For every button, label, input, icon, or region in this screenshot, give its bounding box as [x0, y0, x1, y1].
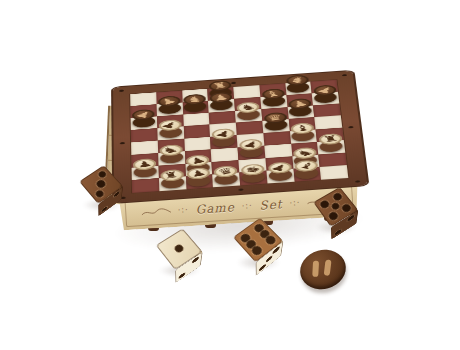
board-frame: ♜♞♟♞♟♝♟♟♞♟♟♛♟♝♞♟♜♟♟♞♜♟♛♚♟♝ [113, 71, 367, 203]
piece-cutout-glyph: ♛ [266, 113, 284, 122]
light-piece: ♝ [291, 122, 315, 134]
board-cell [132, 178, 159, 193]
piece-cutout-glyph: ♞ [288, 76, 308, 85]
piece-cutout-glyph: ♞ [161, 145, 180, 155]
piece-cutout-glyph: ♟ [159, 120, 180, 130]
light-piece: ♟ [187, 167, 211, 180]
piece-cutout-glyph: ♚ [243, 165, 261, 174]
dark-die-five [320, 198, 351, 229]
product-photo: ·:· Game ·:· Set ·:· ♜♞♟♞♟♝♟♟♞♟♟♛♟♝♞♟♜♟♟… [0, 0, 460, 350]
light-piece: ♟ [212, 128, 235, 140]
light-piece: ♛ [214, 165, 238, 178]
board-cell: ♟ [266, 169, 294, 184]
light-piece: ♟ [268, 162, 292, 175]
piece-cutout-glyph: ♟ [241, 140, 261, 149]
dark-piece: ♟ [313, 84, 337, 96]
piece-cutout-glyph: ♟ [269, 163, 290, 173]
board-cell [320, 165, 348, 180]
board-cell: ♜ [159, 176, 186, 191]
dark-piece: ♛ [263, 112, 287, 124]
piece-cutout-glyph: ♝ [294, 124, 312, 133]
dark-piece: ♜ [209, 80, 232, 92]
dark-piece: ♞ [183, 93, 206, 105]
piece-cutout-glyph: ♟ [188, 156, 207, 166]
piece-cutout-glyph: ♟ [133, 110, 154, 120]
light-die-six [241, 230, 275, 264]
board-cell: ♟ [156, 102, 182, 116]
piece-cutout-glyph: ♟ [136, 160, 154, 170]
piece-cutout-glyph: ♝ [264, 89, 283, 99]
dark-piece: ♟ [289, 98, 313, 110]
light-piece: ♜ [160, 169, 184, 182]
dark-piece: ♝ [261, 88, 284, 100]
light-piece: ♝ [294, 160, 318, 173]
piece-cutout-glyph: ♟ [159, 96, 179, 106]
piece-cutout-glyph: ♜ [163, 171, 181, 181]
board-cell: ♝ [260, 95, 287, 109]
light-piece: ♜ [319, 133, 343, 145]
piece-cutout-glyph: ♞ [187, 95, 203, 103]
light-piece: ♞ [293, 147, 317, 159]
dark-die-left [86, 176, 116, 206]
piece-cutout-glyph: ♟ [315, 86, 335, 95]
dark-piece: ♟ [158, 95, 181, 107]
board-cell: ♟ [186, 174, 214, 189]
light-piece: ♟ [133, 158, 156, 171]
piece-cutout-glyph: ♞ [295, 148, 316, 159]
board-cell: ♝ [293, 167, 321, 182]
board-cell: ♚ [239, 171, 267, 186]
light-piece: ♟ [186, 155, 210, 168]
light-piece: ♟ [239, 138, 263, 150]
light-die-one [163, 240, 195, 272]
light-piece: ♞ [236, 102, 259, 114]
piece-cutout-glyph: ♝ [297, 161, 317, 171]
piece-cutout-glyph: ♟ [212, 93, 229, 102]
piece-cutout-glyph: ♟ [213, 129, 233, 138]
light-piece: ♞ [159, 144, 182, 156]
light-piece: ♚ [241, 163, 265, 176]
loose-flat-piece [296, 245, 351, 295]
piece-cutout-glyph: ♜ [322, 134, 340, 144]
piece-cutout-glyph: ♜ [211, 81, 229, 90]
dark-piece: ♞ [286, 74, 309, 86]
dark-piece: ♟ [209, 92, 232, 104]
dark-piece: ♟ [132, 109, 155, 121]
piece-cutout-glyph: ♟ [291, 99, 310, 109]
piece-cutout-glyph: ♞ [239, 103, 256, 112]
board-cell: ♛ [212, 173, 240, 188]
piece-cutout-glyph: ♟ [189, 168, 208, 178]
game-board: ♜♞♟♞♟♝♟♟♞♟♟♛♟♝♞♟♜♟♟♞♜♟♛♚♟♝ [129, 79, 349, 193]
piece-cutout-glyph: ♛ [216, 166, 236, 176]
light-piece: ♟ [158, 119, 181, 131]
